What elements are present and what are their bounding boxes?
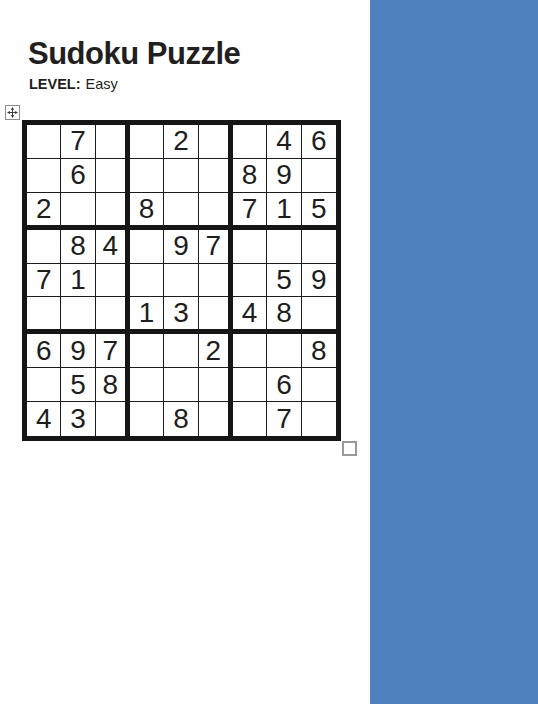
puzzle-cell[interactable]: 8 (96, 368, 130, 402)
puzzle-cell[interactable]: 2 (164, 125, 198, 159)
puzzle-cell[interactable]: 8 (233, 159, 267, 193)
puzzle-cell[interactable] (199, 297, 233, 334)
puzzle-cell[interactable] (302, 230, 336, 264)
puzzle-cell[interactable]: 5 (61, 368, 95, 402)
puzzle-cell[interactable]: 6 (61, 159, 95, 193)
puzzle-cell[interactable] (164, 334, 198, 368)
puzzle-cell[interactable] (233, 334, 267, 368)
puzzle-cell[interactable] (27, 125, 61, 159)
sudoku-board: 724668928715849771591348697285864387 (22, 120, 341, 441)
resize-handle[interactable] (342, 441, 357, 456)
puzzle-cell[interactable] (61, 193, 95, 230)
puzzle-cell[interactable] (27, 159, 61, 193)
puzzle-cell[interactable] (233, 125, 267, 159)
puzzle-cell[interactable]: 9 (61, 334, 95, 368)
puzzle-cell[interactable] (130, 264, 164, 298)
puzzle-cell[interactable] (199, 368, 233, 402)
puzzle-cell[interactable] (233, 264, 267, 298)
puzzle-cell[interactable]: 7 (61, 125, 95, 159)
puzzle-cell[interactable] (302, 297, 336, 334)
level-value: Easy (86, 76, 118, 92)
puzzle-cell[interactable]: 5 (302, 193, 336, 230)
puzzle-cell[interactable]: 8 (302, 334, 336, 368)
puzzle-cell[interactable] (302, 368, 336, 402)
puzzle-cell[interactable]: 2 (27, 193, 61, 230)
puzzle-cell[interactable]: 8 (61, 230, 95, 264)
puzzle-cell[interactable]: 3 (61, 402, 95, 436)
puzzle-cell[interactable]: 9 (164, 230, 198, 264)
puzzle-cell[interactable] (130, 230, 164, 264)
puzzle-cell[interactable]: 5 (267, 264, 301, 298)
puzzle-cell[interactable] (96, 264, 130, 298)
puzzle-cell[interactable] (27, 368, 61, 402)
puzzle-cell[interactable]: 8 (267, 297, 301, 334)
puzzle-cell[interactable] (199, 159, 233, 193)
puzzle-cell[interactable]: 7 (267, 402, 301, 436)
puzzle-cell[interactable] (61, 297, 95, 334)
puzzle-cell[interactable] (267, 230, 301, 264)
puzzle-cell[interactable]: 2 (199, 334, 233, 368)
puzzle-cell[interactable] (130, 402, 164, 436)
move-handle[interactable] (5, 105, 20, 120)
puzzle-cell[interactable] (96, 125, 130, 159)
puzzle-cell[interactable]: 4 (96, 230, 130, 264)
puzzle-cell[interactable] (302, 402, 336, 436)
puzzle-cell[interactable]: 3 (164, 297, 198, 334)
puzzle-cell[interactable] (199, 264, 233, 298)
puzzle-cell[interactable]: 7 (199, 230, 233, 264)
level-line: LEVEL:Easy (29, 76, 118, 92)
level-label: LEVEL: (29, 76, 81, 92)
puzzle-cell[interactable] (96, 402, 130, 436)
puzzle-cell[interactable]: 6 (302, 125, 336, 159)
puzzle-cell[interactable] (164, 264, 198, 298)
puzzle-cell[interactable]: 7 (96, 334, 130, 368)
puzzle-cell[interactable]: 6 (267, 368, 301, 402)
puzzle-cell[interactable] (130, 125, 164, 159)
puzzle-cell[interactable]: 7 (27, 264, 61, 298)
puzzle-cell[interactable] (96, 297, 130, 334)
puzzle-cell[interactable] (130, 334, 164, 368)
puzzle-cell[interactable]: 4 (233, 297, 267, 334)
puzzle-cell[interactable]: 8 (130, 193, 164, 230)
puzzle-cell[interactable] (130, 368, 164, 402)
puzzle-cell[interactable] (233, 402, 267, 436)
puzzle-cell[interactable]: 9 (267, 159, 301, 193)
sidebar: Answer 875921346361754892249863715584697… (370, 0, 538, 704)
puzzle-cell[interactable] (164, 368, 198, 402)
puzzle-cell[interactable]: 8 (164, 402, 198, 436)
puzzle-cell[interactable]: 1 (61, 264, 95, 298)
puzzle-cell[interactable]: 4 (27, 402, 61, 436)
puzzle-cell[interactable] (96, 193, 130, 230)
puzzle-cell[interactable]: 1 (267, 193, 301, 230)
puzzle-cell[interactable]: 6 (27, 334, 61, 368)
puzzle-cell[interactable] (27, 230, 61, 264)
puzzle-cell[interactable]: 7 (233, 193, 267, 230)
puzzle-cell[interactable] (233, 230, 267, 264)
puzzle-cell[interactable] (199, 125, 233, 159)
puzzle-cell[interactable] (164, 159, 198, 193)
puzzle-cell[interactable] (302, 159, 336, 193)
page-title: Sudoku Puzzle (28, 36, 240, 72)
puzzle-cell[interactable] (199, 193, 233, 230)
puzzle-cell[interactable]: 4 (267, 125, 301, 159)
puzzle-cell[interactable] (27, 297, 61, 334)
puzzle-cell[interactable]: 9 (302, 264, 336, 298)
puzzle-cell[interactable] (267, 334, 301, 368)
puzzle-cell[interactable] (233, 368, 267, 402)
puzzle-cell[interactable] (164, 193, 198, 230)
document-page: Sudoku Puzzle LEVEL:Easy 724668928715849… (0, 0, 538, 704)
puzzle-cell[interactable] (199, 402, 233, 436)
puzzle-cell[interactable] (130, 159, 164, 193)
puzzle-cell[interactable]: 1 (130, 297, 164, 334)
move-icon (7, 107, 18, 118)
puzzle-cell[interactable] (96, 159, 130, 193)
